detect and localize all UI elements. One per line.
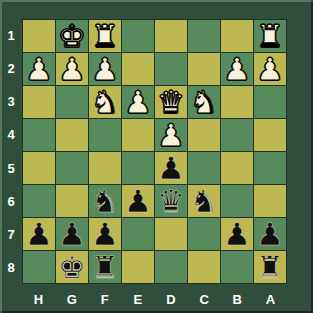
- rank-label-5: 5: [0, 152, 22, 185]
- square-c6[interactable]: ♞: [188, 185, 220, 217]
- black-queen[interactable]: ♛: [157, 185, 185, 217]
- white-king[interactable]: ♚: [58, 20, 86, 52]
- square-h8[interactable]: [23, 251, 55, 283]
- square-h5[interactable]: [23, 152, 55, 184]
- square-h6[interactable]: [23, 185, 55, 217]
- square-c3[interactable]: ♞: [188, 86, 220, 118]
- square-g4[interactable]: [56, 119, 88, 151]
- square-b1[interactable]: [221, 20, 253, 52]
- rank-labels: 12345678: [0, 19, 22, 284]
- square-g6[interactable]: [56, 185, 88, 217]
- square-d7[interactable]: [155, 218, 187, 250]
- black-pawn[interactable]: ♟: [256, 218, 284, 250]
- square-d8[interactable]: [155, 251, 187, 283]
- square-a5[interactable]: [254, 152, 286, 184]
- square-e2[interactable]: [122, 53, 154, 85]
- square-a7[interactable]: ♟: [254, 218, 286, 250]
- rank-label-6: 6: [0, 185, 22, 218]
- rank-label-7: 7: [0, 218, 22, 251]
- black-rook[interactable]: ♜: [256, 251, 284, 283]
- square-e4[interactable]: [122, 119, 154, 151]
- white-pawn[interactable]: ♟: [157, 119, 185, 151]
- square-e8[interactable]: [122, 251, 154, 283]
- square-e7[interactable]: [122, 218, 154, 250]
- square-e6[interactable]: ♟: [122, 185, 154, 217]
- square-e5[interactable]: [122, 152, 154, 184]
- square-g5[interactable]: [56, 152, 88, 184]
- square-b6[interactable]: [221, 185, 253, 217]
- square-b8[interactable]: [221, 251, 253, 283]
- square-b3[interactable]: [221, 86, 253, 118]
- file-label-e: E: [121, 287, 154, 311]
- square-d4[interactable]: ♟: [155, 119, 187, 151]
- square-d6[interactable]: ♛: [155, 185, 187, 217]
- square-b4[interactable]: [221, 119, 253, 151]
- rank-label-8: 8: [0, 251, 22, 284]
- square-c1[interactable]: [188, 20, 220, 52]
- square-f2[interactable]: ♟: [89, 53, 121, 85]
- square-h1[interactable]: [23, 20, 55, 52]
- black-pawn[interactable]: ♟: [124, 185, 152, 217]
- black-knight[interactable]: ♞: [190, 185, 218, 217]
- square-g8[interactable]: ♚: [56, 251, 88, 283]
- file-label-d: D: [155, 287, 188, 311]
- square-a8[interactable]: ♜: [254, 251, 286, 283]
- square-f7[interactable]: ♟: [89, 218, 121, 250]
- square-g1[interactable]: ♚: [56, 20, 88, 52]
- square-e1[interactable]: [122, 20, 154, 52]
- square-a4[interactable]: [254, 119, 286, 151]
- square-c4[interactable]: [188, 119, 220, 151]
- rank-label-1: 1: [0, 19, 22, 52]
- square-b5[interactable]: [221, 152, 253, 184]
- black-rook[interactable]: ♜: [91, 251, 119, 283]
- white-pawn[interactable]: ♟: [25, 53, 53, 85]
- square-f6[interactable]: ♞: [89, 185, 121, 217]
- square-f1[interactable]: ♜: [89, 20, 121, 52]
- square-c2[interactable]: [188, 53, 220, 85]
- file-label-b: B: [221, 287, 254, 311]
- white-rook[interactable]: ♜: [91, 20, 119, 52]
- square-d2[interactable]: [155, 53, 187, 85]
- square-b2[interactable]: ♟: [221, 53, 253, 85]
- square-e3[interactable]: ♟: [122, 86, 154, 118]
- file-label-h: H: [22, 287, 55, 311]
- white-pawn[interactable]: ♟: [58, 53, 86, 85]
- black-knight[interactable]: ♞: [91, 185, 119, 217]
- white-rook[interactable]: ♜: [256, 20, 284, 52]
- rank-label-3: 3: [0, 85, 22, 118]
- chess-board: ♚♜♜♟♟♟♟♟♞♟♛♞♟♟♞♟♛♞♟♟♟♟♟♚♜♜: [22, 19, 287, 284]
- square-d1[interactable]: [155, 20, 187, 52]
- black-pawn[interactable]: ♟: [91, 218, 119, 250]
- square-a1[interactable]: ♜: [254, 20, 286, 52]
- rank-label-2: 2: [0, 52, 22, 85]
- file-label-g: G: [55, 287, 88, 311]
- file-labels: HGFEDCBA: [22, 287, 287, 311]
- white-pawn[interactable]: ♟: [256, 53, 284, 85]
- square-c7[interactable]: [188, 218, 220, 250]
- black-king[interactable]: ♚: [58, 251, 86, 283]
- black-pawn[interactable]: ♟: [58, 218, 86, 250]
- file-label-c: C: [188, 287, 221, 311]
- square-h3[interactable]: [23, 86, 55, 118]
- black-pawn[interactable]: ♟: [157, 152, 185, 184]
- black-pawn[interactable]: ♟: [223, 218, 251, 250]
- square-f8[interactable]: ♜: [89, 251, 121, 283]
- black-pawn[interactable]: ♟: [25, 218, 53, 250]
- white-knight[interactable]: ♞: [91, 86, 119, 118]
- square-a2[interactable]: ♟: [254, 53, 286, 85]
- square-a6[interactable]: [254, 185, 286, 217]
- square-c8[interactable]: [188, 251, 220, 283]
- white-queen[interactable]: ♛: [157, 86, 185, 118]
- square-h7[interactable]: ♟: [23, 218, 55, 250]
- square-f5[interactable]: [89, 152, 121, 184]
- square-d3[interactable]: ♛: [155, 86, 187, 118]
- file-label-f: F: [88, 287, 121, 311]
- square-a3[interactable]: [254, 86, 286, 118]
- file-label-a: A: [254, 287, 287, 311]
- square-f3[interactable]: ♞: [89, 86, 121, 118]
- white-knight[interactable]: ♞: [190, 86, 218, 118]
- white-pawn[interactable]: ♟: [124, 86, 152, 118]
- square-h2[interactable]: ♟: [23, 53, 55, 85]
- square-f4[interactable]: [89, 119, 121, 151]
- white-pawn[interactable]: ♟: [91, 53, 119, 85]
- rank-label-4: 4: [0, 118, 22, 151]
- square-g7[interactable]: ♟: [56, 218, 88, 250]
- square-c5[interactable]: [188, 152, 220, 184]
- square-h4[interactable]: [23, 119, 55, 151]
- white-pawn[interactable]: ♟: [223, 53, 251, 85]
- square-g2[interactable]: ♟: [56, 53, 88, 85]
- square-d5[interactable]: ♟: [155, 152, 187, 184]
- square-g3[interactable]: [56, 86, 88, 118]
- chess-board-frame: 12345678 ♚♜♜♟♟♟♟♟♞♟♛♞♟♟♞♟♛♞♟♟♟♟♟♚♜♜ HGFE…: [0, 0, 313, 313]
- square-b7[interactable]: ♟: [221, 218, 253, 250]
